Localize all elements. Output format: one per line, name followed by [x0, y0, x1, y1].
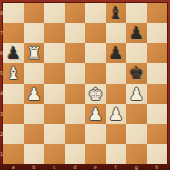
- square-h7[interactable]: [147, 23, 168, 43]
- square-b2[interactable]: [24, 124, 45, 144]
- square-a7[interactable]: [3, 23, 24, 43]
- rank-label-1: 1: [0, 144, 3, 164]
- square-a4[interactable]: [3, 84, 24, 104]
- square-h5[interactable]: [147, 63, 168, 83]
- white-pawn[interactable]: ♟: [26, 83, 41, 103]
- file-label-b: b: [24, 164, 45, 170]
- square-c6[interactable]: [44, 43, 65, 63]
- square-c8[interactable]: [44, 3, 65, 23]
- file-label-f: f: [106, 164, 127, 170]
- square-e1[interactable]: [85, 144, 106, 164]
- square-e3[interactable]: ♟: [85, 104, 106, 124]
- square-f5[interactable]: [106, 63, 127, 83]
- square-d1[interactable]: [65, 144, 86, 164]
- white-pawn[interactable]: ♟: [88, 103, 103, 123]
- square-g8[interactable]: [126, 3, 147, 23]
- rank-label-8: 8: [0, 3, 3, 23]
- file-label-d: d: [65, 164, 86, 170]
- black-king[interactable]: ♚: [129, 63, 144, 83]
- square-a1[interactable]: [3, 144, 24, 164]
- square-d6[interactable]: [65, 43, 86, 63]
- square-b5[interactable]: [24, 63, 45, 83]
- square-f7[interactable]: [106, 23, 127, 43]
- file-label-h: h: [147, 164, 168, 170]
- black-pawn[interactable]: ♟: [108, 43, 123, 63]
- square-b7[interactable]: [24, 23, 45, 43]
- square-g2[interactable]: [126, 124, 147, 144]
- square-h3[interactable]: [147, 104, 168, 124]
- square-d5[interactable]: [65, 63, 86, 83]
- square-c4[interactable]: [44, 84, 65, 104]
- white-bishop[interactable]: ♝: [6, 63, 21, 83]
- file-label-c: c: [44, 164, 65, 170]
- square-f6[interactable]: ♟: [106, 43, 127, 63]
- square-b8[interactable]: [24, 3, 45, 23]
- square-g3[interactable]: [126, 104, 147, 124]
- black-pawn[interactable]: ♟: [129, 23, 144, 43]
- rank-label-7: 7: [0, 23, 3, 43]
- square-b6[interactable]: ♜: [24, 43, 45, 63]
- square-e7[interactable]: [85, 23, 106, 43]
- square-a8[interactable]: [3, 3, 24, 23]
- square-g4[interactable]: ♟: [126, 84, 147, 104]
- file-label-g: g: [126, 164, 147, 170]
- square-f8[interactable]: ♝: [106, 3, 127, 23]
- square-h4[interactable]: [147, 84, 168, 104]
- square-b1[interactable]: [24, 144, 45, 164]
- square-h2[interactable]: [147, 124, 168, 144]
- rank-label-5: 5: [0, 63, 3, 83]
- square-d2[interactable]: [65, 124, 86, 144]
- square-d7[interactable]: [65, 23, 86, 43]
- square-e4[interactable]: ♚: [85, 84, 106, 104]
- square-a5[interactable]: ♝: [3, 63, 24, 83]
- chess-board[interactable]: ♝♟♟♜♟♝♚♟♚♟♟♟: [3, 3, 167, 164]
- white-king[interactable]: ♚: [88, 83, 103, 103]
- square-g7[interactable]: ♟: [126, 23, 147, 43]
- square-f1[interactable]: [106, 144, 127, 164]
- square-h1[interactable]: [147, 144, 168, 164]
- rank-label-2: 2: [0, 124, 3, 144]
- square-d8[interactable]: [65, 3, 86, 23]
- white-pawn[interactable]: ♟: [108, 103, 123, 123]
- white-rook[interactable]: ♜: [26, 43, 41, 63]
- square-a3[interactable]: [3, 104, 24, 124]
- square-g6[interactable]: [126, 43, 147, 63]
- square-e2[interactable]: [85, 124, 106, 144]
- square-a6[interactable]: ♟: [3, 43, 24, 63]
- file-label-e: e: [85, 164, 106, 170]
- square-d3[interactable]: [65, 104, 86, 124]
- rank-label-4: 4: [0, 83, 3, 103]
- square-e5[interactable]: [85, 63, 106, 83]
- square-b3[interactable]: [24, 104, 45, 124]
- square-g1[interactable]: [126, 144, 147, 164]
- square-c5[interactable]: [44, 63, 65, 83]
- square-f3[interactable]: ♟: [106, 104, 127, 124]
- black-pawn[interactable]: ♟: [6, 43, 21, 63]
- square-c1[interactable]: [44, 144, 65, 164]
- square-f4[interactable]: [106, 84, 127, 104]
- square-c2[interactable]: [44, 124, 65, 144]
- square-c7[interactable]: [44, 23, 65, 43]
- rank-label-6: 6: [0, 43, 3, 63]
- square-c3[interactable]: [44, 104, 65, 124]
- square-h8[interactable]: [147, 3, 168, 23]
- file-label-a: a: [3, 164, 24, 170]
- square-h6[interactable]: [147, 43, 168, 63]
- square-f2[interactable]: [106, 124, 127, 144]
- chess-board-screenshot: ♝♟♟♜♟♝♚♟♚♟♟♟ abcdefgh87654321: [0, 0, 170, 170]
- black-bishop[interactable]: ♝: [108, 3, 123, 23]
- rank-label-3: 3: [0, 104, 3, 124]
- square-g5[interactable]: ♚: [126, 63, 147, 83]
- square-e8[interactable]: [85, 3, 106, 23]
- square-a2[interactable]: [3, 124, 24, 144]
- square-b4[interactable]: ♟: [24, 84, 45, 104]
- square-e6[interactable]: [85, 43, 106, 63]
- white-pawn[interactable]: ♟: [129, 83, 144, 103]
- square-d4[interactable]: [65, 84, 86, 104]
